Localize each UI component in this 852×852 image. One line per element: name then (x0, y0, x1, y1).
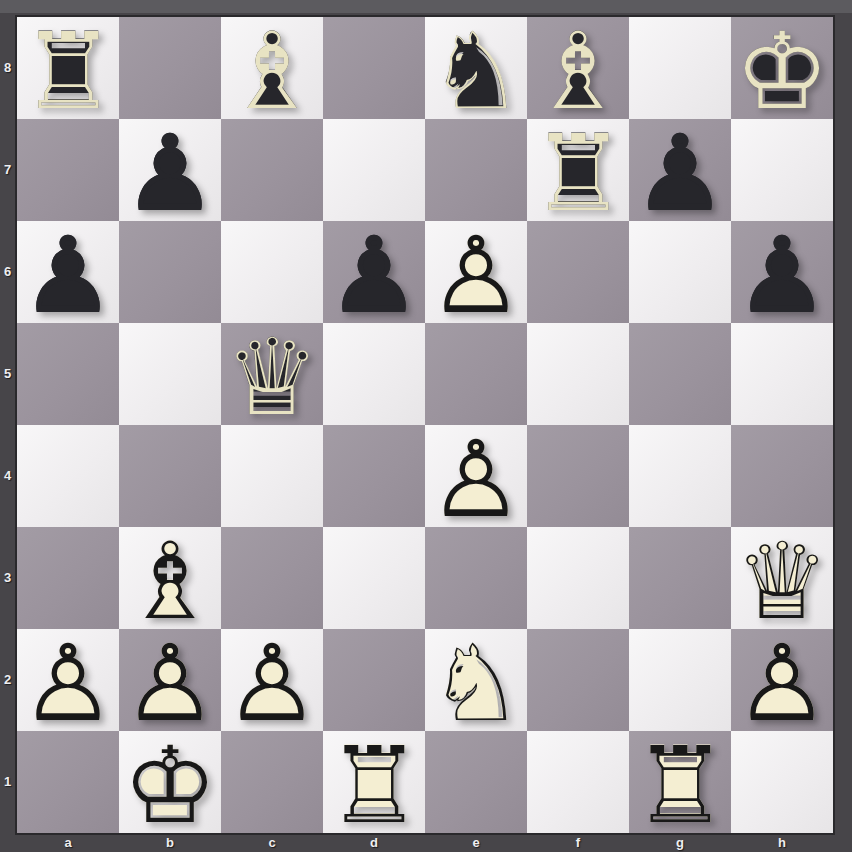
piece-white-pawn[interactable]: ♟♙ (119, 629, 221, 731)
white-bishop-outline-glyph: ♗ (119, 527, 221, 629)
square-c2[interactable]: ♟♙ (221, 629, 323, 731)
piece-black-bishop[interactable]: ♝♗ (221, 17, 323, 119)
square-h1[interactable] (731, 731, 833, 833)
square-b2[interactable]: ♟♙ (119, 629, 221, 731)
square-h5[interactable] (731, 323, 833, 425)
square-g3[interactable] (629, 527, 731, 629)
piece-white-king[interactable]: ♚♔ (119, 731, 221, 833)
piece-white-queen[interactable]: ♛♕ (731, 527, 833, 629)
square-a3[interactable] (17, 527, 119, 629)
piece-white-pawn[interactable]: ♟♙ (221, 629, 323, 731)
white-queen-outline-glyph: ♕ (731, 527, 833, 629)
frame-top-strip (0, 0, 852, 13)
square-a2[interactable]: ♟♙ (17, 629, 119, 731)
white-knight-outline-glyph: ♘ (425, 629, 527, 731)
square-e6[interactable]: ♟♙ (425, 221, 527, 323)
white-pawn-outline-glyph: ♙ (119, 629, 221, 731)
square-d7[interactable] (323, 119, 425, 221)
rank-label-3: 3 (0, 527, 15, 629)
square-d5[interactable] (323, 323, 425, 425)
square-a1[interactable] (17, 731, 119, 833)
piece-black-bishop[interactable]: ♝♗ (527, 17, 629, 119)
file-label-b: b (119, 834, 221, 852)
piece-black-pawn[interactable]: ♟♙ (629, 119, 731, 221)
black-rook-outline-glyph: ♖ (527, 119, 629, 221)
square-c8[interactable]: ♝♗ (221, 17, 323, 119)
file-label-g: g (629, 834, 731, 852)
black-bishop-outline-glyph: ♗ (527, 17, 629, 119)
piece-black-pawn[interactable]: ♟♙ (119, 119, 221, 221)
white-pawn-outline-glyph: ♙ (425, 425, 527, 527)
square-c3[interactable] (221, 527, 323, 629)
white-rook-outline-glyph: ♖ (629, 731, 731, 833)
square-f6[interactable] (527, 221, 629, 323)
square-g4[interactable] (629, 425, 731, 527)
square-g6[interactable] (629, 221, 731, 323)
square-g5[interactable] (629, 323, 731, 425)
square-a5[interactable] (17, 323, 119, 425)
piece-black-knight[interactable]: ♞♘ (425, 17, 527, 119)
square-h2[interactable]: ♟♙ (731, 629, 833, 731)
square-b6[interactable] (119, 221, 221, 323)
file-label-e: e (425, 834, 527, 852)
square-g1[interactable]: ♜♖ (629, 731, 731, 833)
piece-black-pawn[interactable]: ♟♙ (323, 221, 425, 323)
file-label-d: d (323, 834, 425, 852)
black-bishop-outline-glyph: ♗ (221, 17, 323, 119)
square-e4[interactable]: ♟♙ (425, 425, 527, 527)
rank-label-2: 2 (0, 629, 15, 731)
piece-black-rook[interactable]: ♜♖ (17, 17, 119, 119)
square-h8[interactable]: ♚♔ (731, 17, 833, 119)
square-b7[interactable]: ♟♙ (119, 119, 221, 221)
square-f1[interactable] (527, 731, 629, 833)
rank-label-5: 5 (0, 323, 15, 425)
square-g7[interactable]: ♟♙ (629, 119, 731, 221)
square-c1[interactable] (221, 731, 323, 833)
square-d4[interactable] (323, 425, 425, 527)
piece-white-rook[interactable]: ♜♖ (323, 731, 425, 833)
square-d1[interactable]: ♜♖ (323, 731, 425, 833)
piece-white-pawn[interactable]: ♟♙ (425, 221, 527, 323)
piece-black-pawn[interactable]: ♟♙ (731, 221, 833, 323)
white-pawn-outline-glyph: ♙ (425, 221, 527, 323)
file-label-c: c (221, 834, 323, 852)
rank-label-4: 4 (0, 425, 15, 527)
square-c6[interactable] (221, 221, 323, 323)
square-d2[interactable] (323, 629, 425, 731)
piece-black-pawn[interactable]: ♟♙ (17, 221, 119, 323)
piece-black-king[interactable]: ♚♔ (731, 17, 833, 119)
piece-white-knight[interactable]: ♞♘ (425, 629, 527, 731)
square-h3[interactable]: ♛♕ (731, 527, 833, 629)
square-e8[interactable]: ♞♘ (425, 17, 527, 119)
black-king-outline-glyph: ♔ (731, 17, 833, 119)
chess-board: ♜♖♝♗♞♘♝♗♚♔♟♙♜♖♟♙♟♙♟♙♟♙♟♙♛♕♟♙♝♗♛♕♟♙♟♙♟♙♞♘… (15, 15, 835, 835)
piece-black-queen[interactable]: ♛♕ (221, 323, 323, 425)
rank-label-8: 8 (0, 17, 15, 119)
white-king-outline-glyph: ♔ (119, 731, 221, 833)
square-b4[interactable] (119, 425, 221, 527)
white-rook-outline-glyph: ♖ (323, 731, 425, 833)
square-g2[interactable] (629, 629, 731, 731)
square-g8[interactable] (629, 17, 731, 119)
square-e7[interactable] (425, 119, 527, 221)
file-label-h: h (731, 834, 833, 852)
black-queen-outline-glyph: ♕ (221, 323, 323, 425)
square-a8[interactable]: ♜♖ (17, 17, 119, 119)
piece-white-pawn[interactable]: ♟♙ (17, 629, 119, 731)
square-a6[interactable]: ♟♙ (17, 221, 119, 323)
square-f5[interactable] (527, 323, 629, 425)
chess-board-frame: ♜♖♝♗♞♘♝♗♚♔♟♙♜♖♟♙♟♙♟♙♟♙♟♙♛♕♟♙♝♗♛♕♟♙♟♙♟♙♞♘… (0, 0, 852, 852)
square-f2[interactable] (527, 629, 629, 731)
white-pawn-outline-glyph: ♙ (17, 629, 119, 731)
white-pawn-outline-glyph: ♙ (221, 629, 323, 731)
square-c7[interactable] (221, 119, 323, 221)
square-c4[interactable] (221, 425, 323, 527)
rank-label-7: 7 (0, 119, 15, 221)
piece-white-bishop[interactable]: ♝♗ (119, 527, 221, 629)
rank-label-6: 6 (0, 221, 15, 323)
white-pawn-outline-glyph: ♙ (731, 629, 833, 731)
square-e3[interactable] (425, 527, 527, 629)
square-e1[interactable] (425, 731, 527, 833)
square-b8[interactable] (119, 17, 221, 119)
square-e2[interactable]: ♞♘ (425, 629, 527, 731)
file-label-f: f (527, 834, 629, 852)
square-a4[interactable] (17, 425, 119, 527)
black-knight-outline-glyph: ♘ (425, 17, 527, 119)
square-h4[interactable] (731, 425, 833, 527)
piece-white-pawn[interactable]: ♟♙ (731, 629, 833, 731)
rank-label-1: 1 (0, 731, 15, 833)
square-e5[interactable] (425, 323, 527, 425)
black-pawn-outline-glyph: ♙ (629, 119, 731, 221)
piece-black-rook[interactable]: ♜♖ (527, 119, 629, 221)
black-pawn-outline-glyph: ♙ (731, 221, 833, 323)
square-h6[interactable]: ♟♙ (731, 221, 833, 323)
black-pawn-outline-glyph: ♙ (17, 221, 119, 323)
square-a7[interactable] (17, 119, 119, 221)
black-rook-outline-glyph: ♖ (17, 17, 119, 119)
square-d6[interactable]: ♟♙ (323, 221, 425, 323)
square-d3[interactable] (323, 527, 425, 629)
square-h7[interactable] (731, 119, 833, 221)
square-f7[interactable]: ♜♖ (527, 119, 629, 221)
piece-white-pawn[interactable]: ♟♙ (425, 425, 527, 527)
square-b3[interactable]: ♝♗ (119, 527, 221, 629)
square-b1[interactable]: ♚♔ (119, 731, 221, 833)
black-pawn-outline-glyph: ♙ (119, 119, 221, 221)
square-d8[interactable] (323, 17, 425, 119)
square-c5[interactable]: ♛♕ (221, 323, 323, 425)
square-f4[interactable] (527, 425, 629, 527)
piece-white-rook[interactable]: ♜♖ (629, 731, 731, 833)
file-label-a: a (17, 834, 119, 852)
square-b5[interactable] (119, 323, 221, 425)
square-f8[interactable]: ♝♗ (527, 17, 629, 119)
black-pawn-outline-glyph: ♙ (323, 221, 425, 323)
square-f3[interactable] (527, 527, 629, 629)
